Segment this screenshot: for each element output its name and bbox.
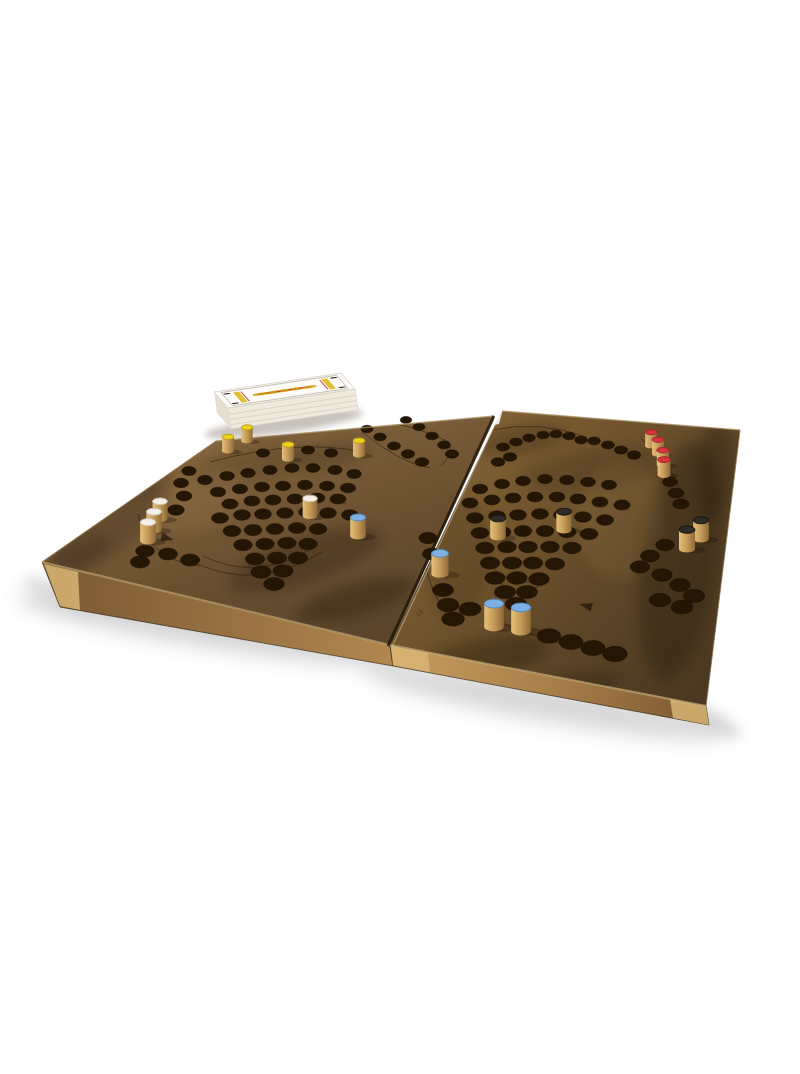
peg-cap-red [658, 457, 671, 463]
board-hole [340, 483, 355, 493]
board-hole [559, 635, 583, 650]
peg-cap-yellow [353, 438, 365, 443]
board-hole [603, 646, 628, 661]
board-hole [588, 437, 601, 445]
board-hole [158, 548, 177, 560]
board-hole [438, 441, 451, 449]
board-hole [614, 500, 630, 510]
board-hole [309, 524, 327, 535]
board-hole [234, 510, 251, 520]
board-hole [536, 525, 554, 536]
board-hole [549, 492, 565, 502]
board-hole [496, 443, 509, 451]
board-hole [466, 513, 483, 524]
board-hole [432, 583, 453, 596]
board-hole [503, 453, 517, 461]
board-hole [180, 554, 199, 566]
board-hole [516, 476, 531, 485]
peg-cap-black [490, 515, 506, 522]
board-hole [301, 446, 314, 454]
board-hole [510, 510, 527, 520]
board-hole [275, 481, 290, 490]
board-hole [306, 464, 320, 473]
board-hole [297, 480, 312, 489]
board-hole [538, 474, 553, 483]
peg-cap-yellow [222, 434, 234, 439]
board-hole [673, 499, 689, 509]
board-hole [182, 467, 196, 476]
board-hole [324, 449, 337, 457]
board-hole [198, 475, 213, 484]
board-hole [241, 468, 256, 477]
product-photo-scene: 181317184 [0, 0, 800, 1074]
board-hole [263, 466, 277, 475]
board-hole [484, 495, 500, 505]
board-hole [668, 488, 684, 498]
board-hole [592, 497, 608, 507]
board-hole [256, 538, 275, 549]
board-hole [640, 550, 659, 562]
board-hole [476, 542, 495, 554]
board-hole [256, 449, 269, 457]
board-hole [222, 499, 238, 509]
peg-cap-yellow [282, 442, 294, 447]
peg-cap-red [645, 430, 657, 435]
board-hole [471, 527, 489, 538]
board-hole [288, 552, 307, 564]
board-hole [527, 492, 543, 502]
board-hole [136, 545, 155, 557]
board-hole [671, 600, 693, 614]
board-hole [498, 541, 517, 553]
board-hole [254, 482, 269, 491]
board-hole [523, 557, 543, 569]
board-hole [575, 436, 588, 444]
board-hole [413, 423, 425, 430]
board-hole [267, 552, 286, 564]
board-hole [328, 466, 342, 475]
board-hole [265, 495, 281, 505]
board-hole [459, 602, 481, 616]
peg-cap-black [693, 517, 709, 524]
peg-cap-blue [431, 550, 448, 558]
board-hole [415, 458, 429, 467]
peg-cap-red [657, 447, 669, 453]
board-hole [541, 541, 560, 553]
board-hole [537, 431, 549, 439]
board-hole [288, 523, 306, 534]
board-hole [400, 416, 412, 423]
board-hole [514, 525, 532, 536]
board-hole [244, 496, 260, 506]
peg-cap-blue [511, 603, 531, 612]
board-hole [437, 598, 459, 612]
board-hole [652, 569, 672, 582]
board-hole [462, 498, 478, 508]
board-hole [550, 430, 562, 438]
peg-cap-white [303, 495, 318, 502]
board-hole [581, 640, 605, 655]
board-hole [580, 477, 595, 486]
board-hole [560, 475, 575, 484]
board-hole [426, 432, 438, 440]
board-hole [210, 487, 226, 497]
board-hole [507, 572, 527, 585]
board-hole [532, 509, 549, 519]
board-hole [529, 573, 549, 586]
board-hole [251, 566, 271, 578]
board-hole [580, 528, 598, 539]
board-hole [234, 539, 253, 551]
board-hole [485, 572, 505, 585]
board-hole [266, 524, 284, 535]
board-hole [516, 585, 537, 598]
peg-cap-yellow [241, 425, 252, 430]
board-hole [502, 557, 522, 569]
board-hole [614, 446, 627, 454]
board-hole [494, 585, 515, 598]
board-hole [401, 450, 414, 458]
board-hole [480, 557, 500, 569]
board-hole [299, 538, 318, 549]
board-hole [176, 491, 192, 501]
board-hole [491, 458, 505, 467]
board-hole [347, 469, 362, 478]
board-hole [649, 593, 671, 606]
board-hole [319, 481, 334, 490]
board-hole [264, 578, 285, 591]
board-hole [130, 556, 150, 568]
board-hole [244, 525, 262, 536]
board-hole [255, 509, 272, 519]
board-hole [545, 558, 565, 570]
board-hole [445, 450, 458, 458]
board-hole [563, 542, 582, 554]
board-hole [519, 541, 538, 553]
board-hole [596, 515, 613, 526]
board-hole [285, 464, 299, 473]
peg-cap-blue [484, 599, 504, 608]
tock-board-photo: 181317184 [0, 0, 800, 1074]
peg-cap-red [652, 437, 664, 442]
board-hole [223, 525, 241, 536]
board-hole [575, 512, 592, 523]
board-hole [442, 612, 465, 626]
board-hole [168, 505, 185, 515]
board-hole [670, 579, 691, 592]
board-hole [211, 513, 228, 524]
board-hole [510, 438, 523, 446]
peg-cap-white [153, 498, 168, 505]
board-hole [656, 539, 675, 551]
peg-cap-white [140, 519, 156, 526]
board-hole [278, 537, 296, 548]
board-hole [570, 494, 586, 504]
board-hole [220, 471, 235, 480]
board-hole [287, 494, 303, 504]
board-hole [277, 508, 294, 518]
board-hole [472, 484, 487, 494]
board-hole [505, 493, 521, 503]
board-hole [563, 432, 575, 440]
peg-cap-black [679, 526, 695, 533]
board-hole [330, 494, 346, 504]
peg-cap-black [556, 508, 571, 515]
board-hole [232, 484, 247, 494]
board-hole [601, 480, 616, 489]
board-hole [630, 561, 650, 573]
board-hole [245, 553, 264, 565]
board-hole [662, 477, 677, 486]
board-hole [494, 479, 509, 488]
board-hole [374, 433, 387, 441]
board-hole [387, 442, 400, 450]
board-hole [173, 478, 188, 487]
peg-cap-white [146, 508, 161, 515]
board-hole [523, 434, 536, 442]
peg-cap-blue [350, 514, 366, 521]
board-hole [602, 441, 615, 449]
board-hole [627, 451, 641, 459]
board-hole [273, 565, 293, 577]
